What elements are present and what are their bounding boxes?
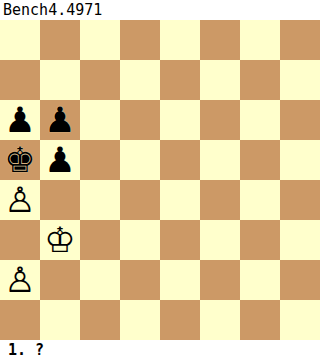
square-g2[interactable]	[240, 260, 280, 300]
square-b1[interactable]	[40, 300, 80, 340]
square-f4[interactable]	[200, 180, 240, 220]
square-d2[interactable]	[120, 260, 160, 300]
square-f2[interactable]	[200, 260, 240, 300]
square-f1[interactable]	[200, 300, 240, 340]
square-h5[interactable]	[280, 140, 320, 180]
square-e4[interactable]	[160, 180, 200, 220]
square-b5[interactable]: ♟	[40, 140, 80, 180]
square-b4[interactable]	[40, 180, 80, 220]
square-c8[interactable]	[80, 20, 120, 60]
square-d3[interactable]	[120, 220, 160, 260]
move-caption-bar: 1. ?	[0, 340, 320, 360]
square-e3[interactable]	[160, 220, 200, 260]
square-f3[interactable]	[200, 220, 240, 260]
square-f8[interactable]	[200, 20, 240, 60]
white-pawn: ♙	[4, 180, 35, 220]
diagram-title-bar: Bench4.4971	[0, 0, 320, 20]
square-f5[interactable]	[200, 140, 240, 180]
square-e7[interactable]	[160, 60, 200, 100]
square-g3[interactable]	[240, 220, 280, 260]
square-h2[interactable]	[280, 260, 320, 300]
square-h8[interactable]	[280, 20, 320, 60]
square-g6[interactable]	[240, 100, 280, 140]
square-a6[interactable]: ♟	[0, 100, 40, 140]
square-e2[interactable]	[160, 260, 200, 300]
black-pawn: ♟	[4, 100, 35, 140]
square-f6[interactable]	[200, 100, 240, 140]
black-pawn: ♟	[44, 100, 75, 140]
white-king: ♔	[44, 220, 75, 260]
square-c7[interactable]	[80, 60, 120, 100]
square-c3[interactable]	[80, 220, 120, 260]
square-c4[interactable]	[80, 180, 120, 220]
square-b8[interactable]	[40, 20, 80, 60]
square-h4[interactable]	[280, 180, 320, 220]
square-a3[interactable]	[0, 220, 40, 260]
square-e6[interactable]	[160, 100, 200, 140]
square-h1[interactable]	[280, 300, 320, 340]
square-h6[interactable]	[280, 100, 320, 140]
square-b3[interactable]: ♔	[40, 220, 80, 260]
square-b6[interactable]: ♟	[40, 100, 80, 140]
square-c5[interactable]	[80, 140, 120, 180]
square-h3[interactable]	[280, 220, 320, 260]
black-pawn: ♟	[44, 140, 75, 180]
square-d8[interactable]	[120, 20, 160, 60]
square-d6[interactable]	[120, 100, 160, 140]
square-c1[interactable]	[80, 300, 120, 340]
diagram-title: Bench4.4971	[3, 1, 102, 19]
square-e8[interactable]	[160, 20, 200, 60]
square-g7[interactable]	[240, 60, 280, 100]
square-d7[interactable]	[120, 60, 160, 100]
square-a7[interactable]	[0, 60, 40, 100]
square-b7[interactable]	[40, 60, 80, 100]
square-a4[interactable]: ♙	[0, 180, 40, 220]
square-h7[interactable]	[280, 60, 320, 100]
square-d5[interactable]	[120, 140, 160, 180]
square-e1[interactable]	[160, 300, 200, 340]
chess-board: ♟♟♚♟♙♔♙	[0, 20, 320, 340]
square-b2[interactable]	[40, 260, 80, 300]
square-e5[interactable]	[160, 140, 200, 180]
black-king: ♚	[4, 140, 35, 180]
square-a8[interactable]	[0, 20, 40, 60]
white-pawn: ♙	[4, 260, 35, 300]
square-a5[interactable]: ♚	[0, 140, 40, 180]
square-g1[interactable]	[240, 300, 280, 340]
square-d1[interactable]	[120, 300, 160, 340]
square-c6[interactable]	[80, 100, 120, 140]
square-g8[interactable]	[240, 20, 280, 60]
square-f7[interactable]	[200, 60, 240, 100]
move-prompt: 1. ?	[8, 341, 44, 359]
square-g4[interactable]	[240, 180, 280, 220]
square-a2[interactable]: ♙	[0, 260, 40, 300]
square-c2[interactable]	[80, 260, 120, 300]
square-d4[interactable]	[120, 180, 160, 220]
square-g5[interactable]	[240, 140, 280, 180]
square-a1[interactable]	[0, 300, 40, 340]
